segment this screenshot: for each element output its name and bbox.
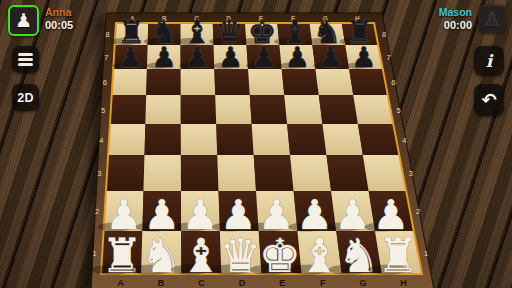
rank-label-left-6: 6 [103, 78, 107, 87]
square-d3[interactable] [217, 155, 256, 191]
game-screen: AABBCCDDEEFFGGHH8877665544332211♜♞♝♛♚♝♞♜… [0, 0, 512, 288]
player-white-panel: ♟ Anna 00:05 [8, 5, 73, 36]
rank-label-left-5: 5 [101, 106, 105, 115]
piece-white-rook-a1[interactable]: ♜ [101, 228, 143, 283]
rank-label-right-1: 1 [424, 249, 428, 258]
piece-white-bishop-c1[interactable]: ♝ [180, 228, 222, 283]
piece-white-rook-h1[interactable]: ♜ [377, 228, 419, 283]
rank-label-right-4: 4 [402, 136, 406, 145]
black-pawn-icon: ♟ [483, 10, 500, 29]
square-h5[interactable] [353, 95, 393, 124]
white-player-avatar: ♟ [8, 5, 39, 36]
square-c3[interactable] [181, 155, 219, 191]
square-a4[interactable] [108, 124, 145, 155]
square-d4[interactable] [216, 124, 253, 155]
square-c5[interactable] [181, 95, 217, 124]
square-b3[interactable] [143, 155, 181, 191]
square-d5[interactable] [215, 95, 251, 124]
white-pawn-icon: ♟ [15, 11, 32, 30]
menu-button[interactable] [12, 46, 39, 73]
2d-view-button[interactable]: 2D [12, 84, 39, 111]
rank-label-left-2: 2 [95, 207, 99, 216]
rank-label-right-6: 6 [391, 78, 395, 87]
rank-label-left-4: 4 [99, 136, 103, 145]
chess-board[interactable]: AABBCCDDEEFFGGHH8877665544332211♜♞♝♛♚♝♞♜… [0, 0, 512, 288]
rank-label-right-5: 5 [397, 106, 401, 115]
piece-black-pawn-g7[interactable]: ♟ [318, 41, 343, 74]
piece-black-pawn-b7[interactable]: ♟ [151, 41, 176, 74]
square-h4[interactable] [358, 124, 399, 155]
piece-white-queen-d1[interactable]: ♛ [219, 228, 261, 283]
rank-label-left-8: 8 [106, 30, 110, 39]
rank-label-right-8: 8 [382, 30, 386, 39]
square-e3[interactable] [254, 155, 294, 191]
info-button[interactable]: i [474, 46, 504, 76]
hamburger-icon [18, 53, 33, 66]
square-c4[interactable] [181, 124, 217, 155]
rank-label-right-7: 7 [386, 53, 390, 62]
square-a5[interactable] [110, 95, 146, 124]
square-f3[interactable] [290, 155, 331, 191]
piece-white-king-e1[interactable]: ♚ [259, 228, 301, 283]
piece-black-pawn-e7[interactable]: ♟ [251, 41, 276, 74]
rank-label-right-3: 3 [409, 169, 413, 178]
black-player-name: Mason [439, 6, 472, 18]
square-a3[interactable] [106, 155, 145, 191]
piece-black-pawn-d7[interactable]: ♟ [218, 41, 243, 74]
square-e4[interactable] [252, 124, 290, 155]
piece-black-pawn-h7[interactable]: ♟ [351, 41, 376, 74]
square-g4[interactable] [322, 124, 362, 155]
square-g5[interactable] [319, 95, 358, 124]
square-f5[interactable] [284, 95, 322, 124]
black-player-avatar: ♟ [478, 5, 506, 33]
rank-label-left-7: 7 [104, 53, 108, 62]
piece-white-bishop-f1[interactable]: ♝ [298, 228, 340, 283]
square-b4[interactable] [145, 124, 181, 155]
square-g3[interactable] [326, 155, 368, 191]
piece-white-knight-b1[interactable]: ♞ [140, 228, 182, 283]
white-player-name: Anna [45, 6, 73, 18]
player-black-panel: Mason 00:00 ♟ [439, 5, 506, 33]
black-player-clock: 00:00 [444, 19, 472, 31]
square-b5[interactable] [145, 95, 180, 124]
rank-label-left-1: 1 [93, 249, 97, 258]
piece-white-knight-g1[interactable]: ♞ [338, 228, 380, 283]
square-f4[interactable] [287, 124, 326, 155]
white-player-clock: 00:05 [45, 19, 73, 31]
square-e5[interactable] [250, 95, 287, 124]
piece-black-pawn-c7[interactable]: ♟ [185, 41, 210, 74]
piece-black-pawn-a7[interactable]: ♟ [118, 41, 143, 74]
piece-black-pawn-f7[interactable]: ♟ [285, 41, 310, 74]
rank-label-left-3: 3 [97, 169, 101, 178]
undo-button[interactable]: ↶ [474, 84, 504, 116]
rank-label-right-2: 2 [416, 207, 420, 216]
